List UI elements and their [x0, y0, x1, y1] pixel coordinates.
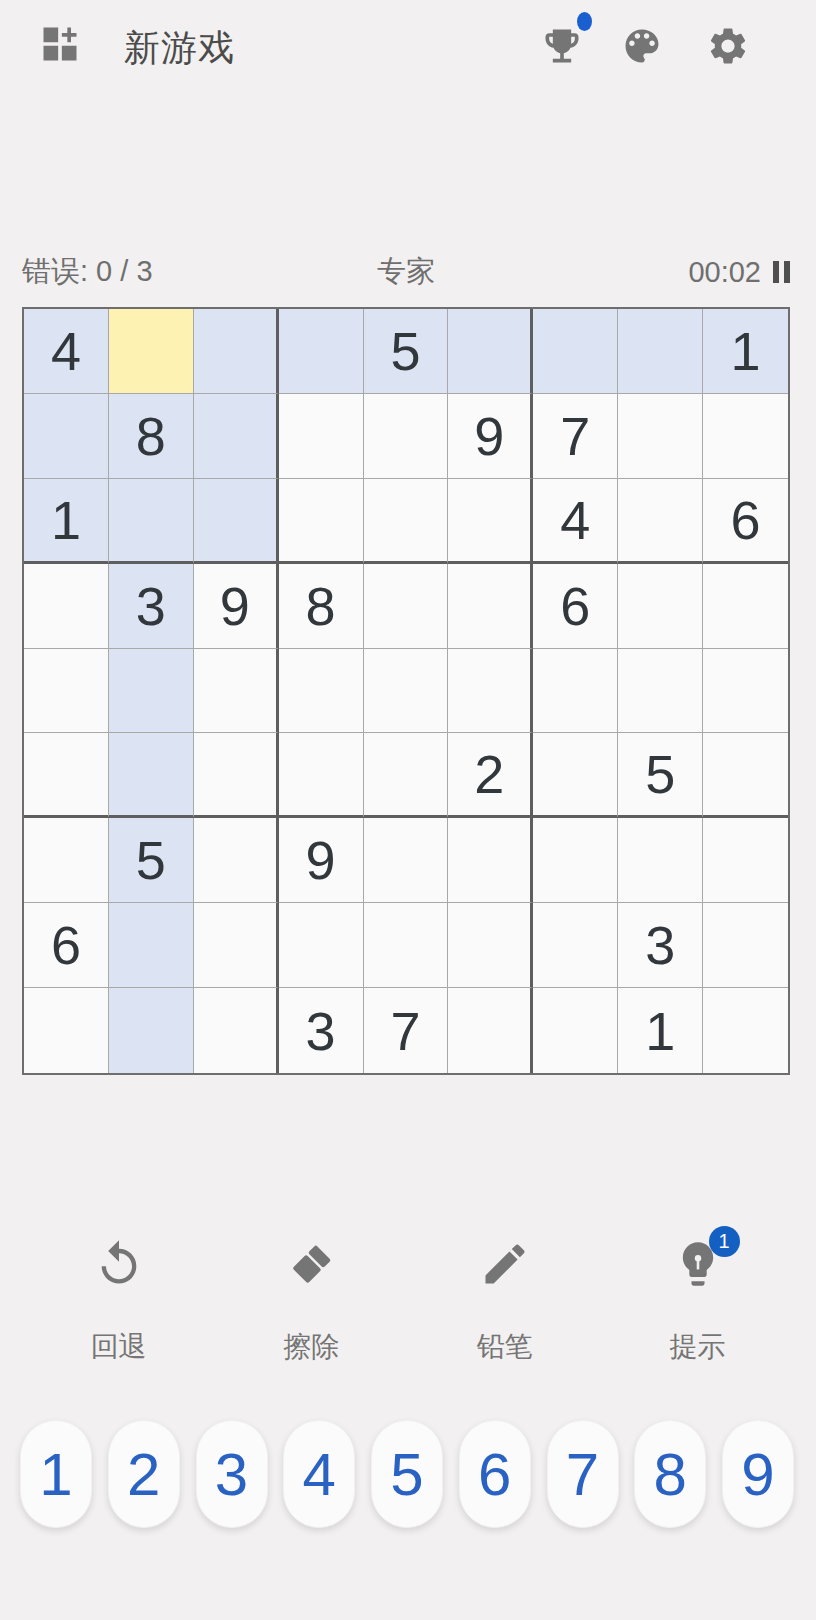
- cell-r3c7[interactable]: 4: [533, 479, 618, 564]
- numpad-7[interactable]: 7: [547, 1420, 619, 1528]
- cell-r5c5[interactable]: [364, 649, 449, 734]
- gear-icon[interactable]: [706, 24, 750, 68]
- cell-r2c5[interactable]: [364, 394, 449, 479]
- cell-r7c3[interactable]: [194, 818, 279, 903]
- new-game-grid-icon[interactable]: [38, 22, 82, 66]
- cell-r4c6[interactable]: [448, 564, 533, 649]
- cell-r7c4[interactable]: 9: [279, 818, 364, 903]
- cell-r9c5[interactable]: 7: [364, 988, 449, 1073]
- cell-r8c5[interactable]: [364, 903, 449, 988]
- cell-r6c4[interactable]: [279, 733, 364, 818]
- cell-r6c1[interactable]: [24, 733, 109, 818]
- cell-r8c4[interactable]: [279, 903, 364, 988]
- numpad-8[interactable]: 8: [634, 1420, 706, 1528]
- cell-r1c5[interactable]: 5: [364, 309, 449, 394]
- cell-r7c7[interactable]: [533, 818, 618, 903]
- palette-icon[interactable]: [620, 24, 664, 68]
- cell-r4c3[interactable]: 9: [194, 564, 279, 649]
- cell-r1c2[interactable]: [109, 309, 194, 394]
- cell-r3c3[interactable]: [194, 479, 279, 564]
- eraser-icon: [286, 1238, 338, 1290]
- cell-r3c4[interactable]: [279, 479, 364, 564]
- cell-r6c3[interactable]: [194, 733, 279, 818]
- cell-r9c7[interactable]: [533, 988, 618, 1073]
- cell-r9c9[interactable]: [703, 988, 788, 1073]
- cell-r2c2[interactable]: 8: [109, 394, 194, 479]
- cell-r2c4[interactable]: [279, 394, 364, 479]
- cell-r5c2[interactable]: [109, 649, 194, 734]
- cell-r9c8[interactable]: 1: [618, 988, 703, 1073]
- cell-r5c9[interactable]: [703, 649, 788, 734]
- cell-r2c3[interactable]: [194, 394, 279, 479]
- cell-r5c3[interactable]: [194, 649, 279, 734]
- undo-icon: [93, 1238, 145, 1290]
- cell-r3c9[interactable]: 6: [703, 479, 788, 564]
- hint-count-badge: 1: [709, 1226, 740, 1257]
- numpad-5[interactable]: 5: [371, 1420, 443, 1528]
- cell-r4c2[interactable]: 3: [109, 564, 194, 649]
- cell-r7c2[interactable]: 5: [109, 818, 194, 903]
- cell-r8c2[interactable]: [109, 903, 194, 988]
- undo-button[interactable]: 回退: [22, 1238, 215, 1368]
- cell-r5c6[interactable]: [448, 649, 533, 734]
- cell-r5c1[interactable]: [24, 649, 109, 734]
- hint-label: 提示: [670, 1328, 726, 1366]
- cell-r8c3[interactable]: [194, 903, 279, 988]
- timer: 00:02: [688, 256, 761, 289]
- cell-r8c1[interactable]: 6: [24, 903, 109, 988]
- cell-r4c5[interactable]: [364, 564, 449, 649]
- cell-r6c6[interactable]: 2: [448, 733, 533, 818]
- cell-r5c7[interactable]: [533, 649, 618, 734]
- cell-r1c8[interactable]: [618, 309, 703, 394]
- cell-r6c5[interactable]: [364, 733, 449, 818]
- cell-r1c3[interactable]: [194, 309, 279, 394]
- cell-r7c9[interactable]: [703, 818, 788, 903]
- cell-r4c7[interactable]: 6: [533, 564, 618, 649]
- numpad-2[interactable]: 2: [108, 1420, 180, 1528]
- cell-r6c7[interactable]: [533, 733, 618, 818]
- cell-r4c9[interactable]: [703, 564, 788, 649]
- cell-r7c5[interactable]: [364, 818, 449, 903]
- cell-r8c9[interactable]: [703, 903, 788, 988]
- pencil-icon: [479, 1238, 531, 1290]
- cell-r2c9[interactable]: [703, 394, 788, 479]
- cell-r1c9[interactable]: 1: [703, 309, 788, 394]
- number-pad: 1 2 3 4 5 6 7 8 9: [20, 1420, 794, 1528]
- app-header: 新游戏: [0, 0, 816, 90]
- cell-r1c4[interactable]: [279, 309, 364, 394]
- numpad-9[interactable]: 9: [722, 1420, 794, 1528]
- erase-button[interactable]: 擦除: [215, 1238, 408, 1368]
- cell-r3c5[interactable]: [364, 479, 449, 564]
- cell-r9c6[interactable]: [448, 988, 533, 1073]
- cell-r2c7[interactable]: 7: [533, 394, 618, 479]
- cell-r3c2[interactable]: [109, 479, 194, 564]
- pencil-button[interactable]: 铅笔: [408, 1238, 601, 1368]
- cell-r1c6[interactable]: [448, 309, 533, 394]
- lightbulb-icon: 1: [672, 1238, 724, 1290]
- toolbar: 回退 擦除 铅笔 1 提示: [22, 1238, 794, 1368]
- cell-r8c7[interactable]: [533, 903, 618, 988]
- numpad-4[interactable]: 4: [283, 1420, 355, 1528]
- difficulty-label: 专家: [22, 252, 790, 292]
- cell-r2c6[interactable]: 9: [448, 394, 533, 479]
- cell-r9c1[interactable]: [24, 988, 109, 1073]
- cell-r8c6[interactable]: [448, 903, 533, 988]
- cell-r2c1[interactable]: [24, 394, 109, 479]
- pause-icon[interactable]: [773, 261, 790, 283]
- cell-r9c4[interactable]: 3: [279, 988, 364, 1073]
- numpad-6[interactable]: 6: [459, 1420, 531, 1528]
- numpad-1[interactable]: 1: [20, 1420, 92, 1528]
- cell-r1c7[interactable]: [533, 309, 618, 394]
- cell-r9c3[interactable]: [194, 988, 279, 1073]
- cell-r4c4[interactable]: 8: [279, 564, 364, 649]
- sudoku-board: 4518971463986255963371: [22, 307, 790, 1075]
- erase-label: 擦除: [284, 1328, 340, 1366]
- page-title: 新游戏: [124, 24, 235, 73]
- cell-r4c1[interactable]: [24, 564, 109, 649]
- status-bar: 错误: 0 / 3 专家 00:02: [22, 252, 790, 292]
- cell-r8c8[interactable]: 3: [618, 903, 703, 988]
- pencil-label: 铅笔: [477, 1328, 533, 1366]
- cell-r7c6[interactable]: [448, 818, 533, 903]
- cell-r5c8[interactable]: [618, 649, 703, 734]
- notification-dot: [577, 12, 592, 31]
- hint-button[interactable]: 1 提示: [601, 1238, 794, 1368]
- cell-r1c1[interactable]: 4: [24, 309, 109, 394]
- cell-r6c8[interactable]: 5: [618, 733, 703, 818]
- cell-r7c8[interactable]: [618, 818, 703, 903]
- cell-r3c8[interactable]: [618, 479, 703, 564]
- undo-label: 回退: [91, 1328, 147, 1366]
- cell-r3c1[interactable]: 1: [24, 479, 109, 564]
- cell-r6c2[interactable]: [109, 733, 194, 818]
- cell-r6c9[interactable]: [703, 733, 788, 818]
- cell-r2c8[interactable]: [618, 394, 703, 479]
- cell-r4c8[interactable]: [618, 564, 703, 649]
- cell-r5c4[interactable]: [279, 649, 364, 734]
- cell-r7c1[interactable]: [24, 818, 109, 903]
- trophy-icon[interactable]: [540, 24, 584, 68]
- cell-r3c6[interactable]: [448, 479, 533, 564]
- cell-r9c2[interactable]: [109, 988, 194, 1073]
- numpad-3[interactable]: 3: [196, 1420, 268, 1528]
